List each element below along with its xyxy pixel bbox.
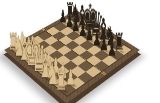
hinge-icon [101,71,107,75]
board-squares: ♜♞♝♚♛♝♞♜♟♟♟♟♟♟♟♟♟♟♟♟♟♟♟♟♜♞♝♚♛♝♞♜ [13,14,132,95]
piece-black-pawn[interactable]: ♟ [104,39,118,59]
chess-set-photo: ♜♞♝♚♛♝♞♜♟♟♟♟♟♟♟♟♟♟♟♟♟♟♟♟♜♞♝♚♛♝♞♜ [0,0,160,103]
piece-white-rook[interactable]: ♜ [53,68,69,94]
chess-board: ♜♞♝♚♛♝♞♜♟♟♟♟♟♟♟♟♟♟♟♟♟♟♟♟♜♞♝♚♛♝♞♜ [4,10,140,103]
